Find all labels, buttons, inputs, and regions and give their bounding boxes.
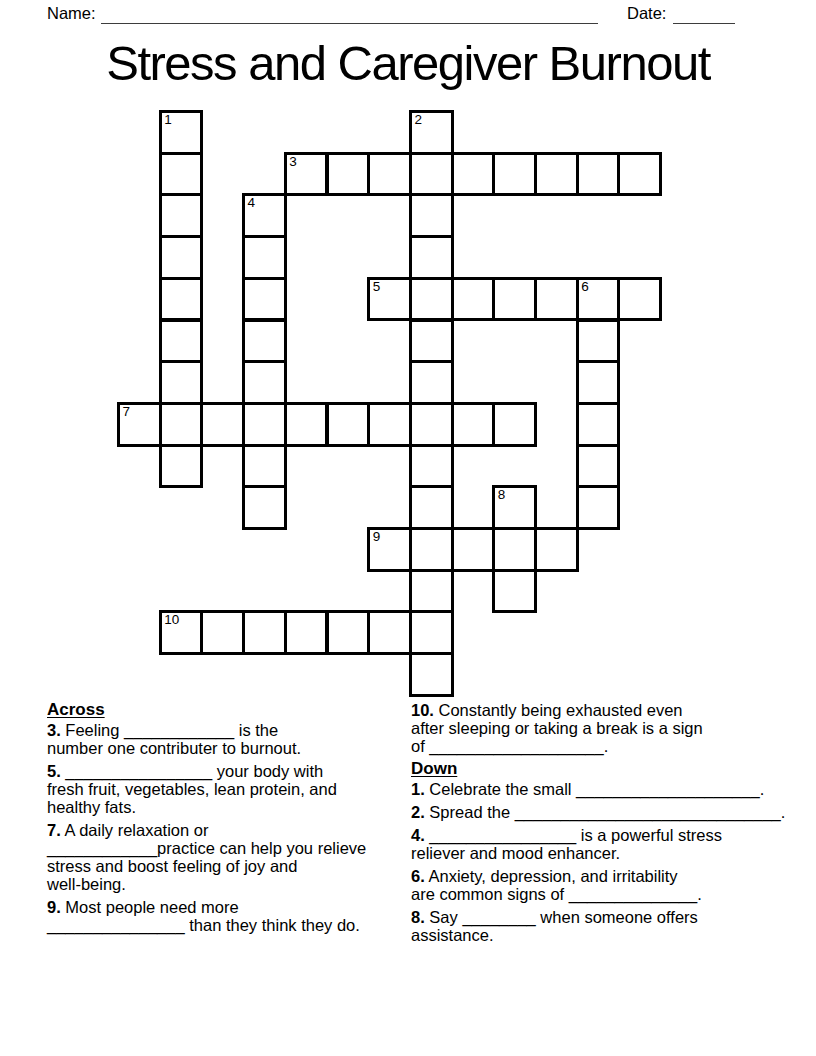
grid-cell[interactable] <box>409 152 454 197</box>
clue-down-2: 2. Spread the __________________________… <box>411 803 799 821</box>
grid-cell[interactable]: 1 <box>159 110 204 155</box>
clue-number: 4. <box>411 826 425 844</box>
grid-cell[interactable] <box>409 360 454 405</box>
date-label: Date: <box>627 4 666 23</box>
grid-cell[interactable] <box>409 235 454 280</box>
grid-cell[interactable] <box>576 360 621 405</box>
clue-text: Celebrate the small ____________________… <box>429 780 764 798</box>
clue-number: 7. <box>47 821 61 839</box>
grid-cell[interactable] <box>409 610 454 655</box>
down-header: Down <box>411 760 799 778</box>
grid-cell[interactable] <box>451 402 496 447</box>
grid-cell[interactable] <box>534 152 579 197</box>
grid-cell[interactable] <box>284 402 329 447</box>
grid-cell[interactable] <box>367 402 412 447</box>
grid-cell[interactable] <box>409 527 454 572</box>
clue-across-5: 5. ________________ your body with fresh… <box>47 762 413 816</box>
grid-cell[interactable] <box>534 277 579 322</box>
down-clues-column: 10. Constantly being exhausted even afte… <box>411 701 799 949</box>
grid-cell[interactable] <box>242 444 287 489</box>
worksheet-page: Name: Date: Stress and Caregiver Burnout… <box>0 0 816 1056</box>
grid-cell[interactable] <box>159 193 204 238</box>
clue-text: Spread the _____________________________… <box>429 803 785 821</box>
cell-number: 10 <box>164 612 179 628</box>
clue-number: 10. <box>411 701 434 719</box>
grid-cell[interactable] <box>492 152 537 197</box>
grid-cell[interactable] <box>534 527 579 572</box>
grid-cell[interactable] <box>159 235 204 280</box>
grid-cell[interactable]: 3 <box>284 152 329 197</box>
cell-number: 8 <box>498 487 506 503</box>
grid-cell[interactable] <box>492 402 537 447</box>
grid-cell[interactable] <box>576 319 621 364</box>
clue-down-1: 1. Celebrate the small _________________… <box>411 780 799 798</box>
grid-cell[interactable] <box>200 610 245 655</box>
grid-cell[interactable]: 6 <box>576 277 621 322</box>
grid-cell[interactable] <box>492 277 537 322</box>
clue-text: Most people need more _______________ th… <box>47 898 360 934</box>
grid-cell[interactable] <box>326 610 371 655</box>
grid-cell[interactable]: 5 <box>367 277 412 322</box>
clue-number: 1. <box>411 780 425 798</box>
clue-text: ________________ your body with fresh fr… <box>47 762 337 816</box>
grid-cell[interactable] <box>284 610 329 655</box>
grid-cell[interactable]: 8 <box>492 485 537 530</box>
clue-across-3: 3. Feeling ____________ is the number on… <box>47 721 413 757</box>
clue-number: 9. <box>47 898 61 916</box>
grid-cell[interactable] <box>242 402 287 447</box>
grid-cell[interactable] <box>326 152 371 197</box>
clue-across-9: 9. Most people need more _______________… <box>47 898 413 934</box>
grid-cell[interactable] <box>242 319 287 364</box>
cell-number: 5 <box>373 279 381 295</box>
clue-down-4: 4. ________________ is a powerful stress… <box>411 826 799 862</box>
page-title: Stress and Caregiver Burnout <box>0 33 816 93</box>
grid-cell[interactable]: 2 <box>409 110 454 155</box>
grid-cell[interactable] <box>576 485 621 530</box>
grid-cell[interactable] <box>409 277 454 322</box>
clue-down-8: 8. Say ________ when someone offers assi… <box>411 908 799 944</box>
grid-cell[interactable] <box>492 569 537 614</box>
clue-number: 6. <box>411 867 425 885</box>
name-blank-line[interactable] <box>101 23 598 24</box>
clue-text: Feeling ____________ is the number one c… <box>47 721 301 757</box>
cell-number: 3 <box>289 154 297 170</box>
grid-cell[interactable] <box>409 652 454 697</box>
grid-cell[interactable] <box>159 402 204 447</box>
cell-number: 4 <box>248 195 256 211</box>
grid-cell[interactable] <box>159 319 204 364</box>
clue-text: Say ________ when someone offers assista… <box>411 908 698 944</box>
grid-cell[interactable] <box>451 152 496 197</box>
across-header: Across <box>47 701 413 719</box>
grid-cell[interactable] <box>576 444 621 489</box>
grid-cell[interactable] <box>409 319 454 364</box>
grid-cell[interactable] <box>492 527 537 572</box>
grid-cell[interactable] <box>576 402 621 447</box>
grid-cell[interactable] <box>576 152 621 197</box>
grid-cell[interactable] <box>242 360 287 405</box>
grid-cell[interactable] <box>242 485 287 530</box>
grid-cell[interactable] <box>242 235 287 280</box>
clue-down-6: 6. Anxiety, depression, and irritability… <box>411 867 799 903</box>
grid-cell[interactable] <box>159 152 204 197</box>
grid-cell[interactable]: 4 <box>242 193 287 238</box>
grid-cell[interactable]: 7 <box>117 402 162 447</box>
clue-text: Anxiety, depression, and irritability ar… <box>411 867 702 903</box>
grid-cell[interactable] <box>159 444 204 489</box>
grid-cell[interactable] <box>367 152 412 197</box>
clue-across-10: 10. Constantly being exhausted even afte… <box>411 701 799 755</box>
grid-cell[interactable] <box>409 444 454 489</box>
grid-cell[interactable] <box>617 277 662 322</box>
cell-number: 7 <box>123 404 131 420</box>
grid-cell[interactable] <box>200 402 245 447</box>
grid-cell[interactable] <box>409 485 454 530</box>
grid-cell[interactable] <box>159 360 204 405</box>
grid-cell[interactable]: 9 <box>367 527 412 572</box>
clue-number: 3. <box>47 721 61 739</box>
cell-number: 2 <box>414 112 422 128</box>
grid-cell[interactable] <box>617 152 662 197</box>
grid-cell[interactable] <box>409 402 454 447</box>
clue-text: ________________ is a powerful stress re… <box>411 826 722 862</box>
grid-cell[interactable] <box>367 610 412 655</box>
grid-cell[interactable] <box>409 193 454 238</box>
grid-cell[interactable] <box>451 277 496 322</box>
cell-number: 9 <box>373 529 381 545</box>
name-label: Name: <box>47 4 96 23</box>
grid-cell[interactable] <box>409 569 454 614</box>
cell-number: 1 <box>164 112 172 128</box>
clue-text: Constantly being exhausted even after sl… <box>411 701 703 755</box>
grid-cell[interactable]: 10 <box>159 610 204 655</box>
across-clues-column: Across 3. Feeling ____________ is the nu… <box>47 701 413 939</box>
clue-number: 8. <box>411 908 425 926</box>
grid-cell[interactable] <box>451 527 496 572</box>
grid-cell[interactable] <box>242 277 287 322</box>
cell-number: 6 <box>581 279 589 295</box>
clue-number: 5. <box>47 762 61 780</box>
grid-cell[interactable] <box>242 610 287 655</box>
clue-number: 2. <box>411 803 425 821</box>
grid-cell[interactable] <box>326 402 371 447</box>
date-blank-line[interactable] <box>673 23 735 24</box>
crossword-grid: 12345678910 <box>117 110 662 697</box>
grid-cell[interactable] <box>159 277 204 322</box>
clue-across-7: 7. A daily relaxation or ____________pra… <box>47 821 413 893</box>
clue-text: A daily relaxation or ____________practi… <box>47 821 366 893</box>
